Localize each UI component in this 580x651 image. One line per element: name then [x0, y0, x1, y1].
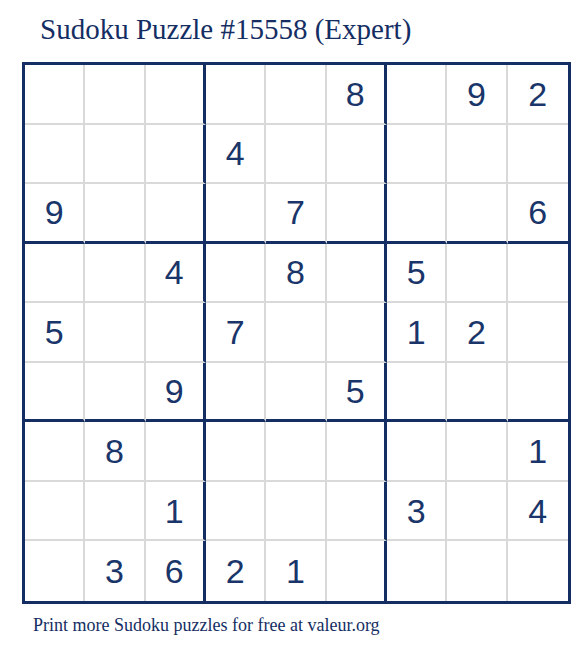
given-digit: 7	[226, 315, 245, 349]
sudoku-cell-r7c3[interactable]	[146, 422, 206, 482]
given-digit: 3	[105, 554, 124, 588]
sudoku-cell-r8c7[interactable]: 3	[387, 482, 447, 542]
sudoku-cell-r4c9[interactable]	[508, 244, 568, 304]
sudoku-cell-r2c8[interactable]	[447, 125, 507, 185]
sudoku-cell-r9c5[interactable]: 1	[266, 541, 326, 601]
sudoku-cell-r9c1[interactable]	[25, 541, 85, 601]
sudoku-cell-r6c9[interactable]	[508, 363, 568, 423]
sudoku-cell-r6c5[interactable]	[266, 363, 326, 423]
sudoku-cell-r5c1[interactable]: 5	[25, 303, 85, 363]
sudoku-cell-r4c5[interactable]: 8	[266, 244, 326, 304]
given-digit: 1	[528, 434, 547, 468]
given-digit: 5	[407, 255, 426, 289]
sudoku-cell-r9c4[interactable]: 2	[206, 541, 266, 601]
sudoku-cell-r5c4[interactable]: 7	[206, 303, 266, 363]
sudoku-cell-r7c4[interactable]	[206, 422, 266, 482]
sudoku-cell-r6c6[interactable]: 5	[327, 363, 387, 423]
given-digit: 1	[165, 494, 184, 528]
sudoku-cell-r7c9[interactable]: 1	[508, 422, 568, 482]
sudoku-cell-r2c2[interactable]	[85, 125, 145, 185]
given-digit: 1	[286, 554, 305, 588]
sudoku-cell-r7c7[interactable]	[387, 422, 447, 482]
footer-text: Print more Sudoku puzzles for free at va…	[33, 615, 380, 636]
sudoku-cell-r8c4[interactable]	[206, 482, 266, 542]
sudoku-cell-r5c3[interactable]	[146, 303, 206, 363]
given-digit: 4	[226, 136, 245, 170]
sudoku-cell-r3c2[interactable]	[85, 184, 145, 244]
sudoku-cell-r4c3[interactable]: 4	[146, 244, 206, 304]
given-digit: 9	[45, 195, 64, 229]
sudoku-cell-r4c8[interactable]	[447, 244, 507, 304]
page-title: Sudoku Puzzle #15558 (Expert)	[40, 13, 411, 46]
sudoku-cell-r1c3[interactable]	[146, 65, 206, 125]
sudoku-cell-r1c4[interactable]	[206, 65, 266, 125]
sudoku-cell-r2c6[interactable]	[327, 125, 387, 185]
sudoku-cell-r3c7[interactable]	[387, 184, 447, 244]
sudoku-cell-r1c2[interactable]	[85, 65, 145, 125]
given-digit: 2	[467, 315, 486, 349]
given-digit: 4	[165, 255, 184, 289]
sudoku-cell-r3c9[interactable]: 6	[508, 184, 568, 244]
sudoku-cell-r8c3[interactable]: 1	[146, 482, 206, 542]
sudoku-cell-r4c2[interactable]	[85, 244, 145, 304]
sudoku-cell-r4c1[interactable]	[25, 244, 85, 304]
sudoku-cell-r4c6[interactable]	[327, 244, 387, 304]
sudoku-cell-r3c5[interactable]: 7	[266, 184, 326, 244]
given-digit: 3	[407, 494, 426, 528]
sudoku-cell-r9c7[interactable]	[387, 541, 447, 601]
sudoku-cell-r6c3[interactable]: 9	[146, 363, 206, 423]
sudoku-cell-r3c6[interactable]	[327, 184, 387, 244]
sudoku-cell-r2c7[interactable]	[387, 125, 447, 185]
sudoku-cell-r7c6[interactable]	[327, 422, 387, 482]
sudoku-cell-r2c5[interactable]	[266, 125, 326, 185]
sudoku-cell-r1c1[interactable]	[25, 65, 85, 125]
sudoku-cell-r5c7[interactable]: 1	[387, 303, 447, 363]
sudoku-cell-r9c6[interactable]	[327, 541, 387, 601]
sudoku-cell-r8c1[interactable]	[25, 482, 85, 542]
given-digit: 1	[407, 315, 426, 349]
sudoku-cell-r1c5[interactable]	[266, 65, 326, 125]
sudoku-cell-r5c2[interactable]	[85, 303, 145, 363]
sudoku-cell-r9c3[interactable]: 6	[146, 541, 206, 601]
sudoku-cell-r7c1[interactable]	[25, 422, 85, 482]
sudoku-cell-r8c2[interactable]	[85, 482, 145, 542]
sudoku-cell-r6c2[interactable]	[85, 363, 145, 423]
sudoku-cell-r6c1[interactable]	[25, 363, 85, 423]
given-digit: 5	[346, 374, 365, 408]
sudoku-cell-r3c1[interactable]: 9	[25, 184, 85, 244]
sudoku-cell-r3c8[interactable]	[447, 184, 507, 244]
sudoku-cell-r1c6[interactable]: 8	[327, 65, 387, 125]
given-digit: 6	[528, 195, 547, 229]
sudoku-cell-r5c8[interactable]: 2	[447, 303, 507, 363]
given-digit: 4	[528, 494, 547, 528]
sudoku-cell-r3c3[interactable]	[146, 184, 206, 244]
sudoku-cell-r7c5[interactable]	[266, 422, 326, 482]
sudoku-cell-r1c9[interactable]: 2	[508, 65, 568, 125]
sudoku-cell-r6c7[interactable]	[387, 363, 447, 423]
sudoku-cell-r3c4[interactable]	[206, 184, 266, 244]
sudoku-grid: 8924976485571295811343621	[22, 62, 571, 604]
given-digit: 9	[467, 77, 486, 111]
sudoku-cell-r8c6[interactable]	[327, 482, 387, 542]
sudoku-cell-r4c4[interactable]	[206, 244, 266, 304]
given-digit: 8	[105, 434, 124, 468]
given-digit: 8	[286, 255, 305, 289]
sudoku-cell-r9c2[interactable]: 3	[85, 541, 145, 601]
sudoku-cell-r5c5[interactable]	[266, 303, 326, 363]
given-digit: 7	[286, 195, 305, 229]
sudoku-cell-r2c1[interactable]	[25, 125, 85, 185]
sudoku-cell-r4c7[interactable]: 5	[387, 244, 447, 304]
given-digit: 2	[226, 554, 245, 588]
sudoku-cell-r7c8[interactable]	[447, 422, 507, 482]
sudoku-cell-r7c2[interactable]: 8	[85, 422, 145, 482]
sudoku-cell-r5c6[interactable]	[327, 303, 387, 363]
sudoku-cell-r6c8[interactable]	[447, 363, 507, 423]
sudoku-cell-r9c8[interactable]	[447, 541, 507, 601]
sudoku-cell-r2c3[interactable]	[146, 125, 206, 185]
given-digit: 5	[45, 315, 64, 349]
sudoku-cell-r8c8[interactable]	[447, 482, 507, 542]
sudoku-cell-r8c9[interactable]: 4	[508, 482, 568, 542]
sudoku-cell-r1c7[interactable]	[387, 65, 447, 125]
given-digit: 2	[528, 77, 547, 111]
sudoku-cell-r8c5[interactable]	[266, 482, 326, 542]
sudoku-cell-r2c9[interactable]	[508, 125, 568, 185]
given-digit: 6	[165, 554, 184, 588]
sudoku-cell-r9c9[interactable]	[508, 541, 568, 601]
given-digit: 8	[346, 77, 365, 111]
sudoku-cell-r6c4[interactable]	[206, 363, 266, 423]
sudoku-cell-r2c4[interactable]: 4	[206, 125, 266, 185]
sudoku-cell-r1c8[interactable]: 9	[447, 65, 507, 125]
given-digit: 9	[165, 374, 184, 408]
sudoku-cell-r5c9[interactable]	[508, 303, 568, 363]
